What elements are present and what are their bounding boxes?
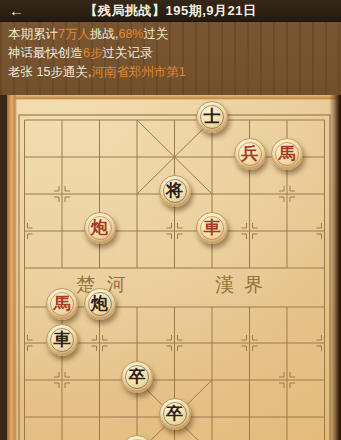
- piece-glyph: 馬: [272, 139, 302, 169]
- river-label-hanjie: 漢界: [215, 275, 273, 295]
- stats-panel: 本期累计7万人挑战,68%过关 神话最快创造6步过关记录 老张 15步通关,河南…: [0, 22, 341, 95]
- piece-black-general[interactable]: 将: [159, 175, 191, 207]
- players-count: 7万人: [58, 27, 90, 41]
- piece-glyph: 馬: [47, 289, 77, 319]
- piece-glyph: 将: [160, 176, 190, 206]
- pass-rate: 68%: [118, 27, 143, 41]
- stats-line-player: 老张 15步通关,河南省郑州市第1: [8, 63, 341, 82]
- piece-black-advisor[interactable]: 士: [196, 101, 228, 133]
- stats-line-record: 神话最快创造6步过关记录: [8, 44, 341, 63]
- piece-red-chariot[interactable]: 車: [196, 212, 228, 244]
- board-frame-left-edge: [0, 95, 7, 440]
- page-title: 【残局挑战】195期,9月21日: [0, 2, 341, 20]
- piece-glyph: 車: [197, 213, 227, 243]
- piece-red-horse-2[interactable]: 馬: [46, 288, 78, 320]
- piece-glyph: 炮: [85, 213, 115, 243]
- piece-black-cannon[interactable]: 炮: [84, 288, 116, 320]
- piece-glyph: 卒: [160, 399, 190, 429]
- stats-line-participation: 本期累计7万人挑战,68%过关: [8, 25, 341, 44]
- piece-glyph: 士: [197, 102, 227, 132]
- piece-red-pawn-1[interactable]: 兵: [234, 138, 266, 170]
- board-frame-top: [0, 95, 341, 100]
- piece-black-pawn-2[interactable]: 卒: [159, 398, 191, 430]
- player-region: 河南省郑州市第1: [91, 65, 185, 79]
- piece-glyph: 炮: [85, 289, 115, 319]
- piece-red-cannon[interactable]: 炮: [84, 212, 116, 244]
- xiangqi-board[interactable]: 楚河 漢界 士兵馬将炮車馬炮車卒卒: [0, 95, 341, 440]
- top-bar: ← 【残局挑战】195期,9月21日: [0, 0, 341, 22]
- piece-red-horse-1[interactable]: 馬: [271, 138, 303, 170]
- piece-glyph: 兵: [235, 139, 265, 169]
- piece-black-pawn-1[interactable]: 卒: [121, 361, 153, 393]
- piece-black-chariot[interactable]: 車: [46, 324, 78, 356]
- record-steps: 6步: [83, 46, 102, 60]
- app-screen: ← 【残局挑战】195期,9月21日 本期累计7万人挑战,68%过关 神话最快创…: [0, 0, 341, 440]
- piece-glyph: 車: [47, 325, 77, 355]
- board-frame-left: [7, 95, 17, 440]
- board-frame-right: [329, 95, 341, 440]
- piece-glyph: 卒: [122, 362, 152, 392]
